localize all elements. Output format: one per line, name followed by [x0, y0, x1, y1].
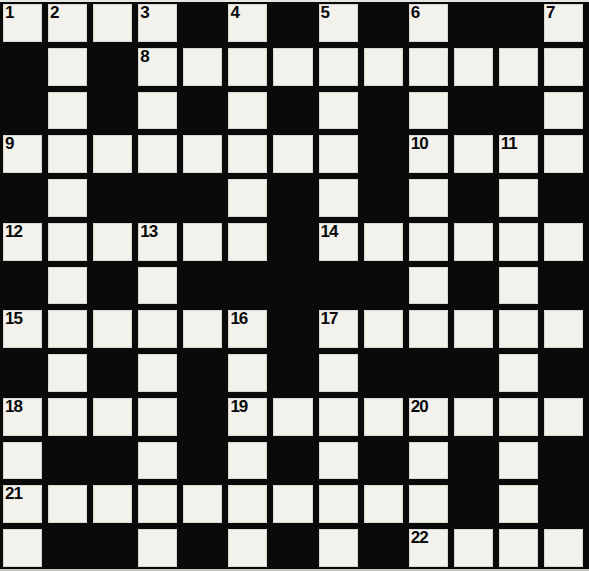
clue-number-14: 14: [321, 223, 338, 242]
block-r7-c11: [454, 267, 493, 305]
clue-number-20: 20: [411, 398, 428, 417]
cell-r6-c13[interactable]: [544, 223, 583, 261]
cell-r7-c2[interactable]: [48, 267, 87, 305]
block-r5-c4: [138, 179, 177, 217]
block-r1-c5: [183, 4, 222, 42]
block-r3-c3: [93, 92, 132, 130]
cell-r2-c6[interactable]: [228, 48, 267, 86]
clue-number-10: 10: [411, 135, 428, 154]
cell-r1-c2[interactable]: 2: [48, 4, 87, 42]
cell-r7-c12[interactable]: [499, 267, 538, 305]
cell-r2-c4[interactable]: 8: [138, 48, 177, 86]
clue-number-1: 1: [5, 4, 13, 23]
cell-r10-c12[interactable]: [499, 398, 538, 436]
clue-number-22: 22: [411, 529, 428, 548]
clue-number-2: 2: [50, 4, 58, 23]
block-r9-c9: [364, 354, 403, 392]
block-r7-c5: [183, 267, 222, 305]
cell-r10-c3[interactable]: [93, 398, 132, 436]
cell-r4-c10[interactable]: 10: [409, 135, 448, 173]
cell-r9-c8[interactable]: [319, 354, 358, 392]
cell-r10-c13[interactable]: [544, 398, 583, 436]
block-r2-c1: [3, 48, 42, 86]
clue-number-12: 12: [5, 223, 22, 242]
block-r1-c7: [273, 4, 312, 42]
crossword-grid: 12345678910111213141516171819202122: [3, 4, 583, 567]
cell-r12-c6[interactable]: [228, 485, 267, 523]
clue-number-21: 21: [5, 485, 22, 504]
cell-r7-c4[interactable]: [138, 267, 177, 305]
cell-r8-c1[interactable]: 15: [3, 310, 42, 348]
cell-r13-c1[interactable]: [3, 529, 42, 567]
block-r7-c13: [544, 267, 583, 305]
block-r1-c9: [364, 4, 403, 42]
block-r3-c7: [273, 92, 312, 130]
cell-r12-c2[interactable]: [48, 485, 87, 523]
cell-r1-c4[interactable]: 3: [138, 4, 177, 42]
cell-r5-c10[interactable]: [409, 179, 448, 217]
block-r11-c5: [183, 442, 222, 480]
cell-r6-c9[interactable]: [364, 223, 403, 261]
cell-r8-c5[interactable]: [183, 310, 222, 348]
cell-r2-c8[interactable]: [319, 48, 358, 86]
cell-r8-c3[interactable]: [93, 310, 132, 348]
cell-r2-c12[interactable]: [499, 48, 538, 86]
cell-r2-c5[interactable]: [183, 48, 222, 86]
cell-r6-c2[interactable]: [48, 223, 87, 261]
block-r7-c8: [319, 267, 358, 305]
cell-r8-c12[interactable]: [499, 310, 538, 348]
block-r5-c7: [273, 179, 312, 217]
cell-r5-c2[interactable]: [48, 179, 87, 217]
block-r3-c5: [183, 92, 222, 130]
block-r9-c3: [93, 354, 132, 392]
cell-r1-c10[interactable]: 6: [409, 4, 448, 42]
cell-r10-c1[interactable]: 18: [3, 398, 42, 436]
block-r5-c1: [3, 179, 42, 217]
cell-r4-c8[interactable]: [319, 135, 358, 173]
block-r13-c2: [48, 529, 87, 567]
cell-r1-c6[interactable]: 4: [228, 4, 267, 42]
block-r11-c3: [93, 442, 132, 480]
cell-r9-c6[interactable]: [228, 354, 267, 392]
block-r4-c9: [364, 135, 403, 173]
clue-number-11: 11: [501, 135, 517, 154]
cell-r12-c10[interactable]: [409, 485, 448, 523]
cell-r6-c4[interactable]: 13: [138, 223, 177, 261]
block-r7-c1: [3, 267, 42, 305]
block-r11-c11: [454, 442, 493, 480]
cell-r13-c10[interactable]: 22: [409, 529, 448, 567]
cell-r11-c10[interactable]: [409, 442, 448, 480]
block-r11-c9: [364, 442, 403, 480]
block-r9-c13: [544, 354, 583, 392]
cell-r13-c4[interactable]: [138, 529, 177, 567]
block-r10-c5: [183, 398, 222, 436]
block-r9-c10: [409, 354, 448, 392]
cell-r12-c7[interactable]: [273, 485, 312, 523]
cell-r11-c6[interactable]: [228, 442, 267, 480]
cell-r11-c8[interactable]: [319, 442, 358, 480]
cell-r1-c3[interactable]: [93, 4, 132, 42]
cell-r5-c6[interactable]: [228, 179, 267, 217]
cell-r4-c5[interactable]: [183, 135, 222, 173]
cell-r8-c4[interactable]: [138, 310, 177, 348]
block-r6-c7: [273, 223, 312, 261]
cell-r6-c3[interactable]: [93, 223, 132, 261]
cell-r4-c4[interactable]: [138, 135, 177, 173]
cell-r4-c12[interactable]: 11: [499, 135, 538, 173]
block-r12-c13: [544, 485, 583, 523]
cell-r2-c11[interactable]: [454, 48, 493, 86]
block-r13-c5: [183, 529, 222, 567]
clue-number-6: 6: [411, 4, 419, 23]
clue-number-5: 5: [321, 4, 329, 23]
block-r11-c13: [544, 442, 583, 480]
cell-r13-c12[interactable]: [499, 529, 538, 567]
block-r5-c5: [183, 179, 222, 217]
cell-r8-c10[interactable]: [409, 310, 448, 348]
block-r7-c9: [364, 267, 403, 305]
block-r13-c9: [364, 529, 403, 567]
cell-r6-c1[interactable]: 12: [3, 223, 42, 261]
cell-r2-c2[interactable]: [48, 48, 87, 86]
cell-r8-c6[interactable]: 16: [228, 310, 267, 348]
clue-number-7: 7: [546, 4, 554, 23]
block-r8-c7: [273, 310, 312, 348]
block-r9-c1: [3, 354, 42, 392]
cell-r6-c6[interactable]: [228, 223, 267, 261]
cell-r2-c7[interactable]: [273, 48, 312, 86]
cell-r5-c12[interactable]: [499, 179, 538, 217]
cell-r6-c11[interactable]: [454, 223, 493, 261]
block-r5-c9: [364, 179, 403, 217]
clue-number-15: 15: [5, 310, 22, 329]
cell-r4-c11[interactable]: [454, 135, 493, 173]
block-r9-c7: [273, 354, 312, 392]
cell-r3-c2[interactable]: [48, 92, 87, 130]
cell-r12-c1[interactable]: 21: [3, 485, 42, 523]
block-r2-c3: [93, 48, 132, 86]
cell-r6-c10[interactable]: [409, 223, 448, 261]
cell-r4-c3[interactable]: [93, 135, 132, 173]
clue-number-4: 4: [230, 4, 238, 23]
clue-number-16: 16: [230, 310, 247, 329]
block-r7-c6: [228, 267, 267, 305]
cell-r2-c13[interactable]: [544, 48, 583, 86]
block-r12-c11: [454, 485, 493, 523]
cell-r9-c2[interactable]: [48, 354, 87, 392]
cell-r4-c2[interactable]: [48, 135, 87, 173]
cell-r8-c2[interactable]: [48, 310, 87, 348]
block-r9-c11: [454, 354, 493, 392]
crossword-board: 12345678910111213141516171819202122: [0, 0, 589, 571]
cell-r6-c12[interactable]: [499, 223, 538, 261]
cell-r10-c9[interactable]: [364, 398, 403, 436]
cell-r11-c1[interactable]: [3, 442, 42, 480]
cell-r1-c1[interactable]: 1: [3, 4, 42, 42]
cell-r12-c4[interactable]: [138, 485, 177, 523]
block-r11-c7: [273, 442, 312, 480]
cell-r3-c4[interactable]: [138, 92, 177, 130]
cell-r10-c8[interactable]: [319, 398, 358, 436]
cell-r10-c11[interactable]: [454, 398, 493, 436]
block-r3-c1: [3, 92, 42, 130]
block-r7-c3: [93, 267, 132, 305]
cell-r1-c13[interactable]: 7: [544, 4, 583, 42]
cell-r12-c9[interactable]: [364, 485, 403, 523]
cell-r10-c4[interactable]: [138, 398, 177, 436]
cell-r11-c12[interactable]: [499, 442, 538, 480]
cell-r3-c10[interactable]: [409, 92, 448, 130]
clue-number-3: 3: [140, 4, 148, 23]
cell-r13-c6[interactable]: [228, 529, 267, 567]
block-r13-c7: [273, 529, 312, 567]
block-r3-c12: [499, 92, 538, 130]
block-r3-c9: [364, 92, 403, 130]
cell-r8-c9[interactable]: [364, 310, 403, 348]
cell-r8-c11[interactable]: [454, 310, 493, 348]
cell-r4-c1[interactable]: 9: [3, 135, 42, 173]
cell-r10-c10[interactable]: 20: [409, 398, 448, 436]
cell-r6-c5[interactable]: [183, 223, 222, 261]
cell-r3-c13[interactable]: [544, 92, 583, 130]
cell-r12-c5[interactable]: [183, 485, 222, 523]
cell-r8-c8[interactable]: 17: [319, 310, 358, 348]
cell-r13-c8[interactable]: [319, 529, 358, 567]
cell-r12-c3[interactable]: [93, 485, 132, 523]
block-r7-c7: [273, 267, 312, 305]
cell-r4-c13[interactable]: [544, 135, 583, 173]
cell-r7-c10[interactable]: [409, 267, 448, 305]
cell-r3-c6[interactable]: [228, 92, 267, 130]
block-r5-c3: [93, 179, 132, 217]
cell-r11-c4[interactable]: [138, 442, 177, 480]
block-r1-c11: [454, 4, 493, 42]
cell-r8-c13[interactable]: [544, 310, 583, 348]
cell-r10-c6[interactable]: 19: [228, 398, 267, 436]
cell-r2-c9[interactable]: [364, 48, 403, 86]
cell-r5-c8[interactable]: [319, 179, 358, 217]
cell-r4-c7[interactable]: [273, 135, 312, 173]
cell-r6-c8[interactable]: 14: [319, 223, 358, 261]
cell-r3-c8[interactable]: [319, 92, 358, 130]
cell-r10-c2[interactable]: [48, 398, 87, 436]
clue-number-17: 17: [321, 310, 338, 329]
block-r9-c5: [183, 354, 222, 392]
block-r3-c11: [454, 92, 493, 130]
block-r1-c12: [499, 4, 538, 42]
block-r5-c11: [454, 179, 493, 217]
cell-r13-c11[interactable]: [454, 529, 493, 567]
cell-r12-c12[interactable]: [499, 485, 538, 523]
cell-r9-c4[interactable]: [138, 354, 177, 392]
cell-r13-c13[interactable]: [544, 529, 583, 567]
cell-r2-c10[interactable]: [409, 48, 448, 86]
cell-r12-c8[interactable]: [319, 485, 358, 523]
block-r11-c2: [48, 442, 87, 480]
clue-number-8: 8: [140, 48, 148, 67]
cell-r10-c7[interactable]: [273, 398, 312, 436]
cell-r4-c6[interactable]: [228, 135, 267, 173]
clue-number-13: 13: [140, 223, 157, 242]
clue-number-9: 9: [5, 135, 13, 154]
block-r13-c3: [93, 529, 132, 567]
block-r5-c13: [544, 179, 583, 217]
cell-r9-c12[interactable]: [499, 354, 538, 392]
clue-number-18: 18: [5, 398, 22, 417]
clue-number-19: 19: [230, 398, 247, 417]
cell-r1-c8[interactable]: 5: [319, 4, 358, 42]
